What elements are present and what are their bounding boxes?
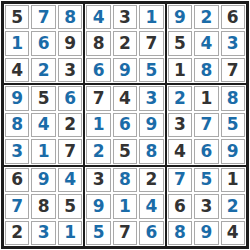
cell-r9c1[interactable]: 2: [5, 221, 29, 245]
cell-r3c8[interactable]: 8: [194, 58, 218, 82]
box-4: 956842317: [3, 84, 84, 165]
cell-r5c9[interactable]: 5: [221, 113, 245, 137]
cell-r2c4[interactable]: 8: [86, 31, 110, 55]
cell-r2c3[interactable]: 9: [58, 31, 82, 55]
cell-r7c3[interactable]: 4: [58, 168, 82, 192]
cell-r2c8[interactable]: 4: [194, 31, 218, 55]
cell-r3c4[interactable]: 6: [86, 58, 110, 82]
cell-r6c3[interactable]: 7: [58, 139, 82, 163]
cell-r9c9[interactable]: 4: [221, 221, 245, 245]
cell-r1c5[interactable]: 3: [113, 5, 137, 29]
box-9: 751632894: [166, 166, 247, 247]
cell-r4c5[interactable]: 4: [113, 86, 137, 110]
cell-r3c6[interactable]: 5: [139, 58, 163, 82]
box-1: 578169423: [3, 3, 84, 84]
cell-r3c1[interactable]: 4: [5, 58, 29, 82]
cell-r6c6[interactable]: 8: [139, 139, 163, 163]
cell-r2c9[interactable]: 3: [221, 31, 245, 55]
box-3: 926543187: [166, 3, 247, 84]
cell-r4c4[interactable]: 7: [86, 86, 110, 110]
cell-r4c9[interactable]: 8: [221, 86, 245, 110]
cell-r9c4[interactable]: 5: [86, 221, 110, 245]
box-2: 431827695: [84, 3, 165, 84]
cell-r8c1[interactable]: 7: [5, 194, 29, 218]
cell-r9c5[interactable]: 7: [113, 221, 137, 245]
cell-r1c2[interactable]: 7: [31, 5, 55, 29]
cell-r3c3[interactable]: 3: [58, 58, 82, 82]
cell-r6c1[interactable]: 3: [5, 139, 29, 163]
cell-r1c4[interactable]: 4: [86, 5, 110, 29]
cell-r6c5[interactable]: 5: [113, 139, 137, 163]
cell-r4c7[interactable]: 2: [168, 86, 192, 110]
box-5: 743169258: [84, 84, 165, 165]
cell-r7c6[interactable]: 2: [139, 168, 163, 192]
cell-r7c9[interactable]: 1: [221, 168, 245, 192]
cell-r2c1[interactable]: 1: [5, 31, 29, 55]
cell-r1c9[interactable]: 6: [221, 5, 245, 29]
cell-r9c6[interactable]: 6: [139, 221, 163, 245]
sudoku-board: 5781694234318276959265431879568423177431…: [1, 1, 249, 249]
cell-r6c7[interactable]: 4: [168, 139, 192, 163]
cell-r6c2[interactable]: 1: [31, 139, 55, 163]
cell-r4c8[interactable]: 1: [194, 86, 218, 110]
box-7: 694785231: [3, 166, 84, 247]
cell-r8c8[interactable]: 3: [194, 194, 218, 218]
cell-r8c4[interactable]: 9: [86, 194, 110, 218]
cell-r3c2[interactable]: 2: [31, 58, 55, 82]
cell-r2c6[interactable]: 7: [139, 31, 163, 55]
cell-r6c4[interactable]: 2: [86, 139, 110, 163]
cell-r7c4[interactable]: 3: [86, 168, 110, 192]
cell-r8c9[interactable]: 2: [221, 194, 245, 218]
cell-r1c1[interactable]: 5: [5, 5, 29, 29]
cell-r7c2[interactable]: 9: [31, 168, 55, 192]
cell-r7c8[interactable]: 5: [194, 168, 218, 192]
box-6: 218375469: [166, 84, 247, 165]
cell-r5c2[interactable]: 4: [31, 113, 55, 137]
cell-r4c3[interactable]: 6: [58, 86, 82, 110]
cell-r3c9[interactable]: 7: [221, 58, 245, 82]
cell-r9c2[interactable]: 3: [31, 221, 55, 245]
cell-r2c2[interactable]: 6: [31, 31, 55, 55]
cell-r5c7[interactable]: 3: [168, 113, 192, 137]
cell-r8c6[interactable]: 4: [139, 194, 163, 218]
cell-r7c7[interactable]: 7: [168, 168, 192, 192]
cell-r1c7[interactable]: 9: [168, 5, 192, 29]
cell-r4c2[interactable]: 5: [31, 86, 55, 110]
cell-r5c5[interactable]: 6: [113, 113, 137, 137]
cell-r8c2[interactable]: 8: [31, 194, 55, 218]
cell-r8c7[interactable]: 6: [168, 194, 192, 218]
cell-r7c1[interactable]: 6: [5, 168, 29, 192]
cell-r9c7[interactable]: 8: [168, 221, 192, 245]
cell-r1c8[interactable]: 2: [194, 5, 218, 29]
cell-r4c1[interactable]: 9: [5, 86, 29, 110]
cell-r5c4[interactable]: 1: [86, 113, 110, 137]
cell-r2c5[interactable]: 2: [113, 31, 137, 55]
cell-r1c3[interactable]: 8: [58, 5, 82, 29]
cell-r3c7[interactable]: 1: [168, 58, 192, 82]
cell-r5c3[interactable]: 2: [58, 113, 82, 137]
cell-r3c5[interactable]: 9: [113, 58, 137, 82]
cell-r9c8[interactable]: 9: [194, 221, 218, 245]
box-8: 382914576: [84, 166, 165, 247]
cell-r8c5[interactable]: 1: [113, 194, 137, 218]
cell-r5c6[interactable]: 9: [139, 113, 163, 137]
cell-r1c6[interactable]: 1: [139, 5, 163, 29]
cell-r7c5[interactable]: 8: [113, 168, 137, 192]
cell-r2c7[interactable]: 5: [168, 31, 192, 55]
cell-r6c8[interactable]: 6: [194, 139, 218, 163]
cell-r5c1[interactable]: 8: [5, 113, 29, 137]
cell-r9c3[interactable]: 1: [58, 221, 82, 245]
cell-r6c9[interactable]: 9: [221, 139, 245, 163]
cell-r8c3[interactable]: 5: [58, 194, 82, 218]
cell-r5c8[interactable]: 7: [194, 113, 218, 137]
cell-r4c6[interactable]: 3: [139, 86, 163, 110]
